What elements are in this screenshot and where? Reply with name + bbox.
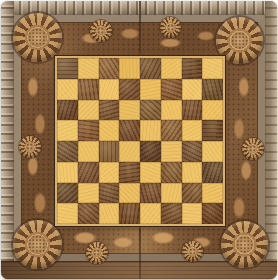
square-r1c8[interactable] <box>202 58 223 79</box>
square-r3c1[interactable] <box>57 100 78 121</box>
square-r1c5[interactable] <box>140 58 161 79</box>
square-r4c1[interactable] <box>57 120 78 141</box>
square-r8c2[interactable] <box>78 203 99 224</box>
sunflower-carving-bottom-right <box>221 221 268 268</box>
square-r4c5[interactable] <box>140 120 161 141</box>
square-r2c3[interactable] <box>99 79 120 100</box>
square-r8c5[interactable] <box>140 203 161 224</box>
square-r7c7[interactable] <box>182 183 203 204</box>
square-r7c2[interactable] <box>78 183 99 204</box>
square-r1c7[interactable] <box>182 58 203 79</box>
blossom-carving-bottom-2 <box>182 241 203 262</box>
square-r7c5[interactable] <box>140 183 161 204</box>
square-r8c8[interactable] <box>202 203 223 224</box>
square-r1c2[interactable] <box>78 58 99 79</box>
square-r5c7[interactable] <box>182 141 203 162</box>
square-r7c4[interactable] <box>119 183 140 204</box>
square-r5c3[interactable] <box>99 141 120 162</box>
square-r4c7[interactable] <box>182 120 203 141</box>
square-r6c4[interactable] <box>119 162 140 183</box>
square-r3c6[interactable] <box>161 100 182 121</box>
square-r4c3[interactable] <box>99 120 120 141</box>
sunflower-carving-bottom-left <box>13 220 62 269</box>
square-r3c3[interactable] <box>99 100 120 121</box>
square-r3c2[interactable] <box>78 100 99 121</box>
chessboard-photo <box>0 0 278 280</box>
square-r7c1[interactable] <box>57 183 78 204</box>
square-r4c6[interactable] <box>161 120 182 141</box>
square-r8c7[interactable] <box>182 203 203 224</box>
chessboard-grid <box>55 56 225 226</box>
square-r6c3[interactable] <box>99 162 120 183</box>
square-r2c6[interactable] <box>161 79 182 100</box>
square-r8c3[interactable] <box>99 203 120 224</box>
square-r1c6[interactable] <box>161 58 182 79</box>
square-r3c5[interactable] <box>140 100 161 121</box>
square-r6c1[interactable] <box>57 162 78 183</box>
blossom-carving-bottom-1 <box>86 242 108 264</box>
square-r1c3[interactable] <box>99 58 120 79</box>
square-r5c6[interactable] <box>161 141 182 162</box>
square-r5c8[interactable] <box>202 141 223 162</box>
square-r6c6[interactable] <box>161 162 182 183</box>
square-r8c6[interactable] <box>161 203 182 224</box>
square-r1c1[interactable] <box>57 58 78 79</box>
square-r2c1[interactable] <box>57 79 78 100</box>
square-r6c7[interactable] <box>182 162 203 183</box>
square-r2c4[interactable] <box>119 79 140 100</box>
square-r8c4[interactable] <box>119 203 140 224</box>
square-r2c7[interactable] <box>182 79 203 100</box>
square-r2c8[interactable] <box>202 79 223 100</box>
square-r4c8[interactable] <box>202 120 223 141</box>
square-r5c5[interactable] <box>140 141 161 162</box>
blossom-carving-top-2 <box>160 17 181 38</box>
square-r3c4[interactable] <box>119 100 140 121</box>
square-r7c8[interactable] <box>202 183 223 204</box>
square-r4c4[interactable] <box>119 120 140 141</box>
square-r5c2[interactable] <box>78 141 99 162</box>
square-r7c6[interactable] <box>161 183 182 204</box>
blossom-carving-top-1 <box>90 20 112 42</box>
square-r6c2[interactable] <box>78 162 99 183</box>
square-r1c4[interactable] <box>119 58 140 79</box>
hinge-seam-top <box>139 1 141 56</box>
square-r4c2[interactable] <box>78 120 99 141</box>
wooden-board <box>1 1 277 279</box>
sunflower-carving-top-left <box>13 13 62 62</box>
square-r6c8[interactable] <box>202 162 223 183</box>
square-r3c7[interactable] <box>182 100 203 121</box>
square-r2c5[interactable] <box>140 79 161 100</box>
blossom-carving-left <box>19 136 41 158</box>
square-r3c8[interactable] <box>202 100 223 121</box>
square-r2c2[interactable] <box>78 79 99 100</box>
square-r6c5[interactable] <box>140 162 161 183</box>
blossom-carving-right <box>242 138 264 160</box>
scalloped-edge-left <box>1 1 14 279</box>
square-r5c1[interactable] <box>57 141 78 162</box>
hinge-seam-bottom <box>139 226 141 279</box>
square-r5c4[interactable] <box>119 141 140 162</box>
square-r8c1[interactable] <box>57 203 78 224</box>
square-r7c3[interactable] <box>99 183 120 204</box>
